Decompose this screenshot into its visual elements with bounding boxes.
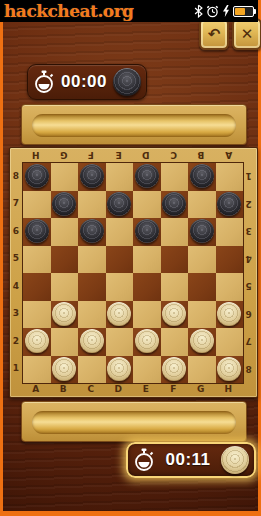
square-C6[interactable] xyxy=(78,218,106,246)
captured-pieces-tray-bottom xyxy=(21,401,247,442)
square-F7[interactable] xyxy=(161,191,189,219)
coordinate-label: 5 xyxy=(10,245,22,273)
square-D4[interactable] xyxy=(106,273,134,301)
square-A5[interactable] xyxy=(23,246,51,274)
square-A8[interactable] xyxy=(23,163,51,191)
coordinate-label: E xyxy=(105,148,133,162)
white-checker-F3[interactable] xyxy=(162,302,186,326)
undo-button[interactable]: ↶ xyxy=(199,18,229,50)
file-labels-top: HGFEDCBA xyxy=(22,148,242,162)
white-checker-B3[interactable] xyxy=(52,302,76,326)
square-G6[interactable] xyxy=(188,218,216,246)
coordinate-label: 1 xyxy=(10,355,22,383)
square-C7[interactable] xyxy=(78,191,106,219)
coordinate-label: G xyxy=(50,148,78,162)
square-A2[interactable] xyxy=(23,328,51,356)
square-E8[interactable] xyxy=(133,163,161,191)
white-checker-A2[interactable] xyxy=(25,329,49,353)
white-checker-B1[interactable] xyxy=(52,357,76,381)
black-checker-G8[interactable] xyxy=(190,164,214,188)
square-E5[interactable] xyxy=(133,246,161,274)
black-checker-D7[interactable] xyxy=(107,192,131,216)
captured-pieces-tray-top xyxy=(21,104,247,145)
square-A6[interactable] xyxy=(23,218,51,246)
square-B1[interactable] xyxy=(51,356,79,384)
coordinate-label: 2 xyxy=(10,327,22,355)
square-H8[interactable] xyxy=(216,163,244,191)
square-A7[interactable] xyxy=(23,191,51,219)
square-G1[interactable] xyxy=(188,356,216,384)
white-checker-D1[interactable] xyxy=(107,357,131,381)
square-F6[interactable] xyxy=(161,218,189,246)
white-checker-F1[interactable] xyxy=(162,357,186,381)
square-H5[interactable] xyxy=(216,246,244,274)
white-checker-D3[interactable] xyxy=(107,302,131,326)
square-D2[interactable] xyxy=(106,328,134,356)
square-A3[interactable] xyxy=(23,301,51,329)
square-E1[interactable] xyxy=(133,356,161,384)
status-bar: hackcheat.org xyxy=(0,0,258,22)
rank-labels-left: 87654321 xyxy=(10,162,22,382)
opponent-time: 00:00 xyxy=(58,72,110,92)
black-checker-E8[interactable] xyxy=(135,164,159,188)
white-checker-H1[interactable] xyxy=(217,357,241,381)
battery-tip xyxy=(254,9,256,14)
coordinate-label: H xyxy=(22,148,50,162)
square-G5[interactable] xyxy=(188,246,216,274)
square-G4[interactable] xyxy=(188,273,216,301)
coordinate-label: 7 xyxy=(10,190,22,218)
undo-icon: ↶ xyxy=(208,27,221,42)
player-time: 00:11 xyxy=(158,450,218,470)
white-checker-C2[interactable] xyxy=(80,329,104,353)
alarm-clock-icon xyxy=(206,5,219,18)
coordinate-label: A xyxy=(215,148,243,162)
square-D8[interactable] xyxy=(106,163,134,191)
square-H6[interactable] xyxy=(216,218,244,246)
square-E3[interactable] xyxy=(133,301,161,329)
square-B3[interactable] xyxy=(51,301,79,329)
checkers-board: HGFEDCBA ABCDEFGH 87654321 12345678 xyxy=(9,147,258,398)
square-B4[interactable] xyxy=(51,273,79,301)
coordinate-label: 3 xyxy=(10,300,22,328)
square-F2[interactable] xyxy=(161,328,189,356)
square-C8[interactable] xyxy=(78,163,106,191)
coordinate-label: 4 xyxy=(10,272,22,300)
tray-roller xyxy=(32,411,236,434)
square-H3[interactable] xyxy=(216,301,244,329)
square-D3[interactable] xyxy=(106,301,134,329)
stopwatch-icon xyxy=(133,448,155,472)
coordinate-label: B xyxy=(187,148,215,162)
square-F1[interactable] xyxy=(161,356,189,384)
square-B5[interactable] xyxy=(51,246,79,274)
square-E6[interactable] xyxy=(133,218,161,246)
black-checker-G6[interactable] xyxy=(190,219,214,243)
black-checker-F7[interactable] xyxy=(162,192,186,216)
square-E4[interactable] xyxy=(133,273,161,301)
square-E7[interactable] xyxy=(133,191,161,219)
opponent-timer-panel: 00:00 xyxy=(27,64,147,100)
black-checker-A6[interactable] xyxy=(25,219,49,243)
square-F8[interactable] xyxy=(161,163,189,191)
wooden-table-background: ↶ ✕ 00:00 HGFEDCBA ABCDEFGH 87654321 123… xyxy=(3,0,258,511)
square-H1[interactable] xyxy=(216,356,244,384)
square-C5[interactable] xyxy=(78,246,106,274)
square-D5[interactable] xyxy=(106,246,134,274)
square-G3[interactable] xyxy=(188,301,216,329)
square-H2[interactable] xyxy=(216,328,244,356)
black-checker-B7[interactable] xyxy=(52,192,76,216)
black-checker-C6[interactable] xyxy=(80,219,104,243)
square-B6[interactable] xyxy=(51,218,79,246)
status-icons xyxy=(194,0,254,22)
square-G2[interactable] xyxy=(188,328,216,356)
square-C4[interactable] xyxy=(78,273,106,301)
square-A1[interactable] xyxy=(23,356,51,384)
black-checker-A8[interactable] xyxy=(25,164,49,188)
white-checker-E2[interactable] xyxy=(135,329,159,353)
coordinate-label: 8 xyxy=(10,162,22,190)
watermark-text: hackcheat.org xyxy=(4,1,134,21)
square-D1[interactable] xyxy=(106,356,134,384)
coordinate-label: C xyxy=(160,148,188,162)
square-C2[interactable] xyxy=(78,328,106,356)
square-D7[interactable] xyxy=(106,191,134,219)
coordinate-label: F xyxy=(77,148,105,162)
square-H4[interactable] xyxy=(216,273,244,301)
square-D6[interactable] xyxy=(106,218,134,246)
close-icon: ✕ xyxy=(241,27,254,42)
close-button[interactable]: ✕ xyxy=(232,18,261,50)
battery-icon xyxy=(233,6,254,17)
square-B7[interactable] xyxy=(51,191,79,219)
battery-fill xyxy=(235,8,245,15)
white-checker-H3[interactable] xyxy=(217,302,241,326)
board-grid xyxy=(22,162,244,384)
square-H7[interactable] xyxy=(216,191,244,219)
square-B2[interactable] xyxy=(51,328,79,356)
square-E2[interactable] xyxy=(133,328,161,356)
white-checker-G2[interactable] xyxy=(190,329,214,353)
stopwatch-icon xyxy=(33,70,55,94)
square-F3[interactable] xyxy=(161,301,189,329)
square-F4[interactable] xyxy=(161,273,189,301)
opponent-piece-indicator xyxy=(113,68,141,96)
square-C1[interactable] xyxy=(78,356,106,384)
black-checker-C8[interactable] xyxy=(80,164,104,188)
square-C3[interactable] xyxy=(78,301,106,329)
player-timer-panel: 00:11 xyxy=(126,442,256,478)
square-G7[interactable] xyxy=(188,191,216,219)
black-checker-H7[interactable] xyxy=(217,192,241,216)
square-B8[interactable] xyxy=(51,163,79,191)
player-piece-indicator xyxy=(221,446,249,474)
bluetooth-icon xyxy=(194,4,203,18)
tray-roller xyxy=(32,114,236,137)
charging-icon xyxy=(222,5,230,17)
square-A4[interactable] xyxy=(23,273,51,301)
coordinate-label: 6 xyxy=(10,217,22,245)
square-G8[interactable] xyxy=(188,163,216,191)
black-checker-E6[interactable] xyxy=(135,219,159,243)
square-F5[interactable] xyxy=(161,246,189,274)
coordinate-label: D xyxy=(132,148,160,162)
